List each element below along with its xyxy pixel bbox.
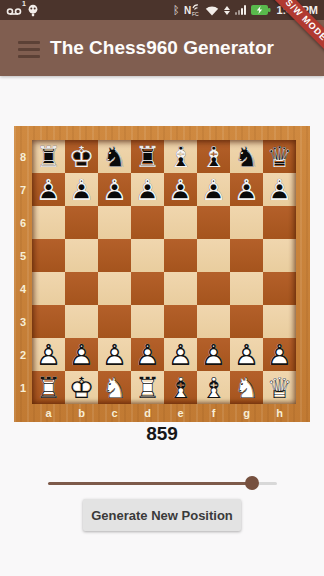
piece-white-queen: ♛♕: [263, 371, 296, 404]
square-c6: [98, 206, 131, 239]
rank-label-5: 5: [14, 239, 32, 272]
piece-black-pawn: ♟♙: [32, 173, 65, 206]
square-h8: ♛♕: [263, 140, 296, 173]
bluetooth-icon: ᛒ: [173, 5, 180, 16]
square-c7: ♟♙: [98, 173, 131, 206]
file-label-b: b: [65, 404, 98, 422]
square-h3: [263, 305, 296, 338]
robot-head-icon: [27, 4, 39, 17]
piece-black-pawn: ♟♙: [65, 173, 98, 206]
square-b4: [65, 272, 98, 305]
square-h6: [263, 206, 296, 239]
piece-black-pawn: ♟♙: [263, 173, 296, 206]
data-arrows-icon: [224, 6, 230, 15]
square-f3: [197, 305, 230, 338]
rank-label-3: 3: [14, 305, 32, 338]
square-d2: ♟♙: [131, 338, 164, 371]
square-c1: ♞♘: [98, 371, 131, 404]
rank-label-4: 4: [14, 272, 32, 305]
square-c8: ♞♘: [98, 140, 131, 173]
square-e4: [164, 272, 197, 305]
piece-white-pawn: ♟♙: [230, 338, 263, 371]
square-f6: [197, 206, 230, 239]
square-b1: ♚♔: [65, 371, 98, 404]
rank-label-6: 6: [14, 206, 32, 239]
piece-black-pawn: ♟♙: [131, 173, 164, 206]
square-f7: ♟♙: [197, 173, 230, 206]
piece-white-bishop: ♝♗: [164, 371, 197, 404]
square-e5: [164, 239, 197, 272]
piece-black-king: ♚♔: [65, 140, 98, 173]
square-a5: [32, 239, 65, 272]
square-d4: [131, 272, 164, 305]
square-a7: ♟♙: [32, 173, 65, 206]
piece-black-knight: ♞♘: [230, 140, 263, 173]
square-h7: ♟♙: [263, 173, 296, 206]
piece-black-pawn: ♟♙: [197, 173, 230, 206]
piece-white-knight: ♞♘: [230, 371, 263, 404]
piece-white-pawn: ♟♙: [164, 338, 197, 371]
square-a6: [32, 206, 65, 239]
voicemail-badge: 1: [22, 0, 26, 7]
file-label-a: a: [32, 404, 65, 422]
file-labels: abcdefgh: [32, 404, 296, 422]
slider-track-filled[interactable]: [48, 482, 252, 485]
generate-new-position-button[interactable]: Generate New Position: [83, 499, 241, 531]
square-a2: ♟♙: [32, 338, 65, 371]
square-g3: [230, 305, 263, 338]
piece-white-bishop: ♝♗: [197, 371, 230, 404]
app-screen: 1 ᛒ N FC: [0, 0, 324, 576]
square-d7: ♟♙: [131, 173, 164, 206]
square-a8: ♜♖: [32, 140, 65, 173]
rank-labels: 87654321: [14, 140, 32, 404]
board-squares: ♜♖♚♔♞♘♜♖♝♗♝♗♞♘♛♕♟♙♟♙♟♙♟♙♟♙♟♙♟♙♟♙♟♙♟♙♟♙♟♙…: [32, 140, 296, 404]
status-bar: 1 ᛒ N FC: [0, 0, 324, 20]
square-g5: [230, 239, 263, 272]
square-b5: [65, 239, 98, 272]
square-b3: [65, 305, 98, 338]
piece-black-rook: ♜♖: [32, 140, 65, 173]
square-d6: [131, 206, 164, 239]
square-a1: ♜♖: [32, 371, 65, 404]
square-c3: [98, 305, 131, 338]
piece-white-pawn: ♟♙: [197, 338, 230, 371]
file-label-d: d: [131, 404, 164, 422]
piece-white-rook: ♜♖: [131, 371, 164, 404]
svg-text:N: N: [184, 5, 191, 16]
square-g1: ♞♘: [230, 371, 263, 404]
square-e7: ♟♙: [164, 173, 197, 206]
square-d1: ♜♖: [131, 371, 164, 404]
nfc-icon: N FC: [184, 4, 200, 16]
square-h2: ♟♙: [263, 338, 296, 371]
signal-icon: [235, 5, 246, 15]
square-d5: [131, 239, 164, 272]
position-number: 859: [0, 423, 324, 445]
page-title: The Chess960 Generator: [0, 20, 324, 76]
square-f2: ♟♙: [197, 338, 230, 371]
file-label-g: g: [230, 404, 263, 422]
piece-black-queen: ♛♕: [263, 140, 296, 173]
square-e6: [164, 206, 197, 239]
square-g4: [230, 272, 263, 305]
piece-white-rook: ♜♖: [32, 371, 65, 404]
svg-text:FC: FC: [192, 11, 199, 16]
square-g6: [230, 206, 263, 239]
status-icons-left: 1: [6, 4, 39, 17]
chess-board: 87654321 abcdefgh ♜♖♚♔♞♘♜♖♝♗♝♗♞♘♛♕♟♙♟♙♟♙…: [14, 126, 310, 422]
piece-white-knight: ♞♘: [98, 371, 131, 404]
square-d8: ♜♖: [131, 140, 164, 173]
square-f8: ♝♗: [197, 140, 230, 173]
square-c5: [98, 239, 131, 272]
piece-white-pawn: ♟♙: [131, 338, 164, 371]
file-label-e: e: [164, 404, 197, 422]
piece-white-king: ♚♔: [65, 371, 98, 404]
square-d3: [131, 305, 164, 338]
slider-thumb[interactable]: [245, 476, 259, 490]
square-h5: [263, 239, 296, 272]
square-e2: ♟♙: [164, 338, 197, 371]
square-f1: ♝♗: [197, 371, 230, 404]
app-bar: The Chess960 Generator: [0, 20, 324, 76]
file-label-c: c: [98, 404, 131, 422]
square-a4: [32, 272, 65, 305]
rank-label-8: 8: [14, 140, 32, 173]
piece-black-bishop: ♝♗: [164, 140, 197, 173]
square-a3: [32, 305, 65, 338]
rank-label-1: 1: [14, 371, 32, 404]
piece-white-pawn: ♟♙: [65, 338, 98, 371]
piece-black-pawn: ♟♙: [98, 173, 131, 206]
square-b7: ♟♙: [65, 173, 98, 206]
square-b8: ♚♔: [65, 140, 98, 173]
voicemail-icon: 1: [6, 5, 22, 16]
wifi-icon: [205, 5, 219, 16]
battery-charging-icon: [251, 4, 271, 16]
square-h1: ♛♕: [263, 371, 296, 404]
piece-white-pawn: ♟♙: [32, 338, 65, 371]
square-e8: ♝♗: [164, 140, 197, 173]
square-c4: [98, 272, 131, 305]
square-b2: ♟♙: [65, 338, 98, 371]
square-h4: [263, 272, 296, 305]
square-g8: ♞♘: [230, 140, 263, 173]
piece-black-bishop: ♝♗: [197, 140, 230, 173]
rank-label-2: 2: [14, 338, 32, 371]
file-label-h: h: [263, 404, 296, 422]
piece-black-knight: ♞♘: [98, 140, 131, 173]
square-e1: ♝♗: [164, 371, 197, 404]
position-slider[interactable]: [48, 476, 277, 490]
square-c2: ♟♙: [98, 338, 131, 371]
square-f5: [197, 239, 230, 272]
square-e3: [164, 305, 197, 338]
file-label-f: f: [197, 404, 230, 422]
rank-label-7: 7: [14, 173, 32, 206]
piece-white-pawn: ♟♙: [263, 338, 296, 371]
square-b6: [65, 206, 98, 239]
square-g2: ♟♙: [230, 338, 263, 371]
piece-black-pawn: ♟♙: [164, 173, 197, 206]
piece-white-pawn: ♟♙: [98, 338, 131, 371]
piece-black-rook: ♜♖: [131, 140, 164, 173]
square-g7: ♟♙: [230, 173, 263, 206]
piece-black-pawn: ♟♙: [230, 173, 263, 206]
square-f4: [197, 272, 230, 305]
